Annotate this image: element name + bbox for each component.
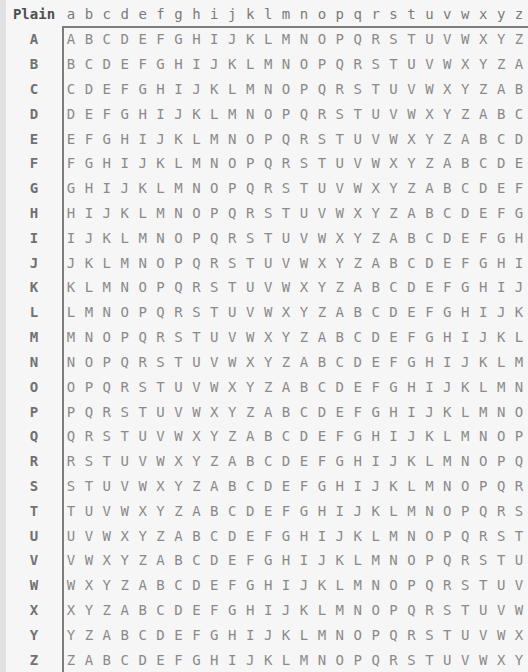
grid-cell: D <box>277 449 295 474</box>
grid-cell: Q <box>510 449 528 474</box>
grid-cell: Z <box>331 275 349 300</box>
column-header-letter: k <box>241 0 259 27</box>
grid-cell: C <box>116 647 134 672</box>
grid-cell: X <box>492 647 510 672</box>
grid-cell: H <box>438 325 456 350</box>
grid-cell: V <box>474 622 492 647</box>
grid-cell: R <box>277 151 295 176</box>
grid-cell: L <box>331 573 349 598</box>
grid-cell: A <box>205 474 223 499</box>
grid-cell: X <box>313 250 331 275</box>
column-header-letter: h <box>187 0 205 27</box>
grid-cell: T <box>438 622 456 647</box>
grid-cell: C <box>456 176 474 201</box>
grid-cell: W <box>367 151 385 176</box>
grid-cell: E <box>474 201 492 226</box>
grid-cell: C <box>420 225 438 250</box>
grid-cell: N <box>170 201 188 226</box>
grid-cell: R <box>170 300 188 325</box>
grid-cell: F <box>205 598 223 623</box>
grid-cell: O <box>331 647 349 672</box>
grid-cell: X <box>187 424 205 449</box>
grid-cell: C <box>349 325 367 350</box>
grid-cell: K <box>349 523 367 548</box>
grid-cell: V <box>223 325 241 350</box>
grid-cell: D <box>259 474 277 499</box>
grid-cell: P <box>259 126 277 151</box>
grid-cell: W <box>438 52 456 77</box>
grid-cell: D <box>349 349 367 374</box>
grid-cell: K <box>492 325 510 350</box>
grid-cell: D <box>152 622 170 647</box>
grid-cell: T <box>116 424 134 449</box>
grid-cell: U <box>187 349 205 374</box>
grid-cell: S <box>403 647 421 672</box>
grid-cell: Q <box>98 374 116 399</box>
grid-cell: H <box>420 349 438 374</box>
column-header-letter: d <box>116 0 134 27</box>
grid-cell: M <box>367 548 385 573</box>
grid-cell: L <box>474 374 492 399</box>
grid-cell: X <box>349 201 367 226</box>
grid-cell: H <box>80 176 98 201</box>
grid-cell: O <box>295 52 313 77</box>
grid-cell: C <box>205 523 223 548</box>
grid-cell: P <box>331 27 349 52</box>
grid-cell: P <box>116 325 134 350</box>
grid-cell: T <box>152 374 170 399</box>
grid-cell: Y <box>313 275 331 300</box>
grid-cell: I <box>492 275 510 300</box>
grid-cell: D <box>474 176 492 201</box>
grid-cell: F <box>456 250 474 275</box>
grid-cell: K <box>205 77 223 102</box>
grid-cell: I <box>187 52 205 77</box>
grid-cell: A <box>134 573 152 598</box>
grid-cell: X <box>62 598 80 623</box>
grid-cell: I <box>474 300 492 325</box>
grid-cell: D <box>420 250 438 275</box>
grid-cell: S <box>152 349 170 374</box>
column-header-letter: i <box>205 0 223 27</box>
row-label: B <box>6 52 62 77</box>
grid-cell: I <box>134 126 152 151</box>
grid-cell: M <box>456 424 474 449</box>
grid-cell: J <box>259 622 277 647</box>
column-header-letter: s <box>385 0 403 27</box>
grid-cell: D <box>241 498 259 523</box>
grid-cell: O <box>223 151 241 176</box>
grid-cell: F <box>420 300 438 325</box>
grid-cell: T <box>277 201 295 226</box>
grid-cell: L <box>223 77 241 102</box>
grid-cell: Y <box>492 27 510 52</box>
grid-cell: T <box>331 126 349 151</box>
column-header-letter: u <box>420 0 438 27</box>
grid-cell: B <box>367 275 385 300</box>
grid-cell: K <box>98 225 116 250</box>
grid-cell: A <box>420 176 438 201</box>
grid-cell: N <box>80 325 98 350</box>
grid-cell: X <box>98 548 116 573</box>
grid-cell: Q <box>170 275 188 300</box>
grid-cell: J <box>223 27 241 52</box>
grid-cell: U <box>116 449 134 474</box>
grid-cell: U <box>331 151 349 176</box>
row-label: K <box>6 275 62 300</box>
row-label: C <box>6 77 62 102</box>
grid-cell: X <box>259 325 277 350</box>
grid-cell: S <box>277 176 295 201</box>
grid-cell: I <box>205 27 223 52</box>
grid-cell: E <box>349 374 367 399</box>
grid-cell: O <box>313 27 331 52</box>
grid-cell: Q <box>420 573 438 598</box>
grid-cell: N <box>259 77 277 102</box>
grid-cell: Z <box>295 325 313 350</box>
grid-cell: O <box>438 498 456 523</box>
grid-cell: T <box>187 325 205 350</box>
grid-cell: R <box>134 349 152 374</box>
column-header-letter: y <box>492 0 510 27</box>
grid-cell: H <box>295 523 313 548</box>
grid-cell: D <box>331 374 349 399</box>
column-header-letter: b <box>80 0 98 27</box>
row-label: H <box>6 201 62 226</box>
column-header-letter: n <box>295 0 313 27</box>
grid-cell: I <box>98 176 116 201</box>
grid-cell: C <box>187 548 205 573</box>
grid-cell: Q <box>152 300 170 325</box>
grid-cell: U <box>420 27 438 52</box>
grid-cell: M <box>62 325 80 350</box>
grid-cell: W <box>510 598 528 623</box>
grid-cell: I <box>170 77 188 102</box>
grid-cell: B <box>205 498 223 523</box>
grid-cell: C <box>313 374 331 399</box>
grid-cell: C <box>474 151 492 176</box>
grid-cell: D <box>205 548 223 573</box>
grid-cell: A <box>170 523 188 548</box>
grid-cell: I <box>277 573 295 598</box>
grid-cell: M <box>98 275 116 300</box>
row-label: O <box>6 374 62 399</box>
grid-cell: H <box>331 474 349 499</box>
grid-cell: K <box>510 300 528 325</box>
grid-cell: Y <box>438 101 456 126</box>
grid-cell: R <box>474 523 492 548</box>
grid-cell: O <box>152 250 170 275</box>
grid-cell: H <box>456 300 474 325</box>
grid-cell: V <box>456 647 474 672</box>
grid-cell: H <box>349 449 367 474</box>
grid-cell: R <box>367 27 385 52</box>
grid-cell: S <box>420 622 438 647</box>
grid-cell: M <box>349 573 367 598</box>
grid-cell: A <box>349 275 367 300</box>
grid-cell: U <box>403 52 421 77</box>
column-header-letter: g <box>170 0 188 27</box>
grid-cell: E <box>62 126 80 151</box>
grid-cell: N <box>187 176 205 201</box>
grid-cell: L <box>62 300 80 325</box>
grid-cell: O <box>277 77 295 102</box>
grid-cell: T <box>403 27 421 52</box>
grid-cell: L <box>456 399 474 424</box>
grid-cell: J <box>349 498 367 523</box>
grid-cell: D <box>510 126 528 151</box>
grid-cell: G <box>492 225 510 250</box>
grid-cell: N <box>205 151 223 176</box>
grid-cell: G <box>277 523 295 548</box>
grid-cell: Y <box>152 498 170 523</box>
grid-cell: J <box>420 399 438 424</box>
grid-cell: K <box>474 349 492 374</box>
grid-cell: L <box>134 201 152 226</box>
grid-cell: D <box>492 151 510 176</box>
row-label: M <box>6 325 62 350</box>
grid-cell: E <box>134 27 152 52</box>
grid-cell: S <box>205 275 223 300</box>
grid-cell: L <box>241 52 259 77</box>
grid-cell: N <box>223 126 241 151</box>
grid-cell: B <box>385 250 403 275</box>
row-label: G <box>6 176 62 201</box>
grid-cell: H <box>187 27 205 52</box>
grid-cell: V <box>134 449 152 474</box>
grid-cell: N <box>134 250 152 275</box>
grid-cell: M <box>438 449 456 474</box>
grid-cell: S <box>349 77 367 102</box>
grid-cell: U <box>492 573 510 598</box>
grid-cell: A <box>98 622 116 647</box>
grid-cell: A <box>438 151 456 176</box>
grid-cell: N <box>116 275 134 300</box>
grid-cell: C <box>152 598 170 623</box>
grid-cell: Z <box>80 622 98 647</box>
grid-cell: Y <box>205 424 223 449</box>
grid-cell: S <box>259 201 277 226</box>
grid-cell: Q <box>62 424 80 449</box>
grid-cell: X <box>331 225 349 250</box>
grid-cell: F <box>403 325 421 350</box>
grid-cell: N <box>438 474 456 499</box>
grid-cell: W <box>349 176 367 201</box>
row-label: A <box>6 27 62 52</box>
grid-cell: Y <box>367 201 385 226</box>
grid-cell: Z <box>403 176 421 201</box>
grid-cell: F <box>223 573 241 598</box>
grid-cell: F <box>187 622 205 647</box>
grid-cell: M <box>170 176 188 201</box>
grid-cell: E <box>223 548 241 573</box>
grid-cell: Q <box>367 647 385 672</box>
grid-cell: O <box>170 225 188 250</box>
grid-cell: D <box>223 523 241 548</box>
grid-cell: D <box>80 77 98 102</box>
grid-cell: X <box>438 77 456 102</box>
grid-cell: H <box>403 374 421 399</box>
grid-cell: H <box>313 498 331 523</box>
grid-cell: A <box>295 349 313 374</box>
grid-cell: Y <box>510 647 528 672</box>
row-label: V <box>6 548 62 573</box>
grid-cell: R <box>241 201 259 226</box>
grid-cell: M <box>295 647 313 672</box>
grid-cell: Z <box>385 201 403 226</box>
grid-cell: Z <box>241 399 259 424</box>
grid-cell: J <box>98 201 116 226</box>
grid-cell: B <box>438 176 456 201</box>
grid-cell: N <box>385 548 403 573</box>
grid-cell: J <box>170 101 188 126</box>
grid-cell: L <box>170 151 188 176</box>
grid-cell: J <box>134 151 152 176</box>
grid-cell: S <box>295 151 313 176</box>
grid-cell: H <box>510 225 528 250</box>
row-label: P <box>6 399 62 424</box>
grid-cell: G <box>116 101 134 126</box>
grid-cell: R <box>223 225 241 250</box>
grid-cell: X <box>170 449 188 474</box>
grid-cell: L <box>187 126 205 151</box>
grid-cell: R <box>313 101 331 126</box>
grid-cell: G <box>187 647 205 672</box>
grid-cell: I <box>331 498 349 523</box>
grid-cell: H <box>116 126 134 151</box>
grid-cell: B <box>116 622 134 647</box>
grid-cell: B <box>295 374 313 399</box>
grid-cell: H <box>98 151 116 176</box>
grid-cell: J <box>403 424 421 449</box>
grid-cell: A <box>116 598 134 623</box>
grid-cell: K <box>152 151 170 176</box>
grid-cell: Y <box>170 474 188 499</box>
grid-cell: M <box>241 77 259 102</box>
column-header-letter: o <box>313 0 331 27</box>
grid-cell: A <box>241 424 259 449</box>
grid-cell: K <box>62 275 80 300</box>
grid-cell: S <box>492 523 510 548</box>
row-label: N <box>6 349 62 374</box>
plain-corner-label: Plain <box>6 0 62 27</box>
grid-cell: M <box>134 225 152 250</box>
grid-cell: D <box>438 225 456 250</box>
grid-cell: Z <box>349 250 367 275</box>
grid-cell: S <box>313 126 331 151</box>
grid-cell: L <box>205 101 223 126</box>
grid-cell: L <box>492 349 510 374</box>
grid-cell: V <box>492 598 510 623</box>
grid-cell: R <box>438 573 456 598</box>
grid-cell: U <box>259 250 277 275</box>
grid-cell: Y <box>331 250 349 275</box>
vigenere-table-page: PlainabcdefghijklmnopqrstuvwxyzAABCDEFGH… <box>0 0 528 672</box>
grid-cell: K <box>241 27 259 52</box>
grid-cell: W <box>403 101 421 126</box>
grid-cell: J <box>492 300 510 325</box>
grid-cell: Y <box>241 374 259 399</box>
row-label: X <box>6 598 62 623</box>
grid-cell: K <box>187 101 205 126</box>
grid-cell: F <box>438 275 456 300</box>
grid-cell: Z <box>420 151 438 176</box>
grid-cell: D <box>170 598 188 623</box>
column-header-letter: v <box>438 0 456 27</box>
grid-cell: K <box>313 573 331 598</box>
grid-cell: A <box>80 647 98 672</box>
grid-cell: H <box>385 399 403 424</box>
grid-cell: X <box>277 300 295 325</box>
row-label: D <box>6 101 62 126</box>
grid-cell: X <box>367 176 385 201</box>
grid-cell: B <box>223 474 241 499</box>
grid-cell: I <box>62 225 80 250</box>
grid-cell: C <box>80 52 98 77</box>
grid-cell: I <box>349 474 367 499</box>
grid-cell: A <box>277 374 295 399</box>
grid-cell: V <box>420 52 438 77</box>
column-header-letter: f <box>152 0 170 27</box>
grid-cell: M <box>187 151 205 176</box>
grid-cell: J <box>331 523 349 548</box>
grid-cell: T <box>313 151 331 176</box>
grid-cell: I <box>385 424 403 449</box>
grid-cell: W <box>474 647 492 672</box>
grid-cell: D <box>403 275 421 300</box>
grid-cell: C <box>367 300 385 325</box>
grid-cell: S <box>80 449 98 474</box>
grid-cell: P <box>367 622 385 647</box>
grid-cell: P <box>492 449 510 474</box>
grid-cell: A <box>474 101 492 126</box>
grid-cell: N <box>98 300 116 325</box>
grid-cell: X <box>420 101 438 126</box>
grid-cell: I <box>223 647 241 672</box>
column-header-letter: z <box>510 0 528 27</box>
grid-cell: P <box>277 101 295 126</box>
grid-cell: M <box>80 300 98 325</box>
grid-cell: M <box>259 52 277 77</box>
grid-cell: U <box>456 622 474 647</box>
grid-cell: H <box>170 52 188 77</box>
grid-cell: D <box>98 52 116 77</box>
grid-cell: J <box>367 474 385 499</box>
grid-cell: Q <box>205 225 223 250</box>
grid-cell: I <box>438 349 456 374</box>
grid-cell: Z <box>116 573 134 598</box>
grid-cell: R <box>492 498 510 523</box>
grid-cell: H <box>223 622 241 647</box>
table-left-border <box>62 26 64 672</box>
grid-cell: M <box>492 374 510 399</box>
grid-cell: X <box>385 151 403 176</box>
grid-cell: D <box>313 399 331 424</box>
grid-cell: T <box>134 399 152 424</box>
grid-cell: Z <box>134 548 152 573</box>
grid-cell: U <box>385 77 403 102</box>
grid-cell: I <box>116 151 134 176</box>
grid-cell: L <box>510 325 528 350</box>
grid-cell: I <box>295 548 313 573</box>
grid-cell: A <box>456 126 474 151</box>
grid-cell: M <box>474 399 492 424</box>
grid-cell: R <box>385 647 403 672</box>
grid-cell: I <box>403 399 421 424</box>
grid-cell: U <box>438 647 456 672</box>
grid-cell: Q <box>241 176 259 201</box>
grid-cell: F <box>474 225 492 250</box>
